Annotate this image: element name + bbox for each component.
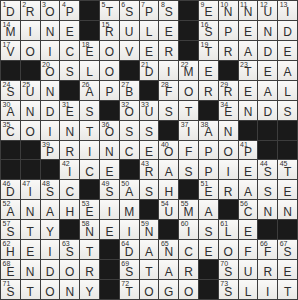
- cell-r15c12[interactable]: 73S: [219, 280, 238, 299]
- cell-r12c10[interactable]: 60I: [179, 220, 198, 239]
- cell-letter: N: [26, 266, 35, 278]
- black-cell-r6c11: [199, 101, 218, 120]
- cell-r15c15[interactable]: T: [278, 280, 297, 299]
- clue-number-26: 26: [82, 81, 90, 89]
- cell-r5c13[interactable]: E: [239, 81, 258, 100]
- cell-r14c12[interactable]: 70S: [219, 260, 238, 279]
- cell-r5c5[interactable]: 26A: [80, 81, 99, 100]
- cell-letter: I: [48, 126, 51, 138]
- clue-number-46: 46: [3, 180, 11, 188]
- cell-r10c9[interactable]: H: [159, 180, 178, 199]
- cell-r1c1[interactable]: 1D: [1, 1, 20, 20]
- black-cell-r6c6: [100, 101, 119, 120]
- cell-r2c14[interactable]: N: [258, 21, 277, 40]
- cell-r4c9[interactable]: I: [159, 61, 178, 80]
- clue-number-6: 6: [121, 1, 125, 9]
- cell-letter: D: [283, 26, 292, 38]
- cell-r12c5[interactable]: 58N: [80, 220, 99, 239]
- clue-number-72: 72: [121, 280, 129, 288]
- cell-r4c8[interactable]: 21D: [140, 61, 159, 80]
- cell-r13c5[interactable]: T: [80, 240, 99, 259]
- cell-letter: Y: [46, 226, 54, 238]
- clue-number-30: 30: [3, 101, 11, 109]
- cell-r3c6[interactable]: O: [100, 41, 119, 60]
- cell-letter: T: [145, 266, 152, 278]
- cell-r5c1[interactable]: 24S: [1, 81, 20, 100]
- black-cell-r7c9: [159, 121, 178, 140]
- clue-number-31: 31: [62, 101, 70, 109]
- cell-letter: S: [125, 126, 133, 138]
- clue-number-1: 1: [3, 1, 7, 9]
- cell-r9c13[interactable]: E: [239, 160, 258, 179]
- clue-number-67: 67: [280, 240, 288, 248]
- black-cell-r9c3: [41, 160, 60, 179]
- cell-r2c11[interactable]: 16S: [199, 21, 218, 40]
- cell-letter: D: [46, 266, 55, 278]
- cell-r14c1[interactable]: 68E: [1, 260, 20, 279]
- cell-r13c14[interactable]: 66F: [258, 240, 277, 259]
- cell-r5c14[interactable]: A: [258, 81, 277, 100]
- cell-r13c7[interactable]: 64D: [120, 240, 139, 259]
- cell-r14c2[interactable]: N: [21, 260, 40, 279]
- cell-r10c3[interactable]: 48S: [41, 180, 60, 199]
- clue-number-11: 11: [240, 1, 247, 9]
- cell-letter: H: [65, 206, 74, 218]
- cell-r3c11[interactable]: 19T: [199, 41, 218, 60]
- cell-letter: C: [125, 146, 134, 158]
- cell-r12c7[interactable]: I: [120, 220, 139, 239]
- cell-r15c8[interactable]: O: [140, 280, 159, 299]
- cell-r2c7[interactable]: U: [120, 21, 139, 40]
- cell-r7c12[interactable]: N: [219, 121, 238, 140]
- black-cell-r4c12: [219, 61, 238, 80]
- cell-r2c8[interactable]: L: [140, 21, 159, 40]
- cell-r14c5[interactable]: R: [80, 260, 99, 279]
- cell-r5c10[interactable]: O: [179, 81, 198, 100]
- cell-r2c2[interactable]: I: [21, 21, 40, 40]
- cell-letter: S: [165, 106, 173, 118]
- cell-r15c14[interactable]: I: [258, 280, 277, 299]
- cell-r3c4[interactable]: C: [60, 41, 79, 60]
- cell-r14c9[interactable]: A: [159, 260, 178, 279]
- cell-r9c12[interactable]: I: [219, 160, 238, 179]
- cell-r12c6[interactable]: E: [100, 220, 119, 239]
- cell-r13c10[interactable]: C: [179, 240, 198, 259]
- cell-r4c5[interactable]: L: [80, 61, 99, 80]
- cell-r7c2[interactable]: O: [21, 121, 40, 140]
- cell-r2c13[interactable]: E: [239, 21, 258, 40]
- cell-r13c9[interactable]: 65N: [159, 240, 178, 259]
- cell-r13c3[interactable]: I: [41, 240, 60, 259]
- cell-r6c12[interactable]: 34E: [219, 101, 238, 120]
- clue-number-45: 45: [280, 160, 288, 168]
- clue-number-58: 58: [82, 220, 90, 228]
- cell-r8c4[interactable]: R: [60, 141, 79, 160]
- cell-r4c15[interactable]: A: [278, 61, 297, 80]
- cell-r7c7[interactable]: S: [120, 121, 139, 140]
- cell-r13c13[interactable]: F: [239, 240, 258, 259]
- cell-r1c11[interactable]: 9E: [199, 1, 218, 20]
- cell-r10c7[interactable]: 50A: [120, 180, 139, 199]
- cell-r10c11[interactable]: 51E: [199, 180, 218, 199]
- cell-r8c5[interactable]: I: [80, 141, 99, 160]
- cell-r11c7[interactable]: M: [120, 200, 139, 219]
- clue-number-59: 59: [141, 220, 149, 228]
- cell-r12c3[interactable]: Y: [41, 220, 60, 239]
- cell-r12c13[interactable]: E: [239, 220, 258, 239]
- cell-r11c3[interactable]: A: [41, 200, 60, 219]
- clue-number-68: 68: [3, 260, 11, 268]
- clue-number-38: 38: [200, 121, 208, 129]
- cell-r1c12[interactable]: 10N: [219, 1, 238, 20]
- cell-r3c15[interactable]: E: [278, 41, 297, 60]
- cell-letter: H: [164, 186, 173, 198]
- clue-number-5: 5: [101, 1, 105, 9]
- cell-r3c9[interactable]: R: [159, 41, 178, 60]
- cell-r1c7[interactable]: 6S: [120, 1, 139, 20]
- cell-r13c15[interactable]: 67S: [278, 240, 297, 259]
- cell-letter: A: [204, 206, 212, 218]
- cell-letter: N: [283, 206, 292, 218]
- cell-r8c3[interactable]: 39P: [41, 141, 60, 160]
- cell-r2c4[interactable]: E: [60, 21, 79, 40]
- cell-r7c6[interactable]: 36O: [100, 121, 119, 140]
- cell-r11c2[interactable]: N: [21, 200, 40, 219]
- cell-r15c9[interactable]: G: [159, 280, 178, 299]
- cell-r10c2[interactable]: 47I: [21, 180, 40, 199]
- cell-r14c13[interactable]: U: [239, 260, 258, 279]
- cell-r11c15[interactable]: N: [278, 200, 297, 219]
- cell-r6c4[interactable]: 31E: [60, 101, 79, 120]
- clue-number-10: 10: [220, 1, 228, 9]
- black-cell-r7c15: [278, 121, 297, 140]
- cell-r14c14[interactable]: R: [258, 260, 277, 279]
- cell-letter: I: [108, 206, 111, 218]
- cell-r8c13[interactable]: 41P: [239, 141, 258, 160]
- cell-r5c11[interactable]: R: [199, 81, 218, 100]
- black-cell-r1c5: [80, 1, 99, 20]
- cell-r15c13[interactable]: L: [239, 280, 258, 299]
- cell-r6c7[interactable]: 32O: [120, 101, 139, 120]
- cell-r10c4[interactable]: C: [60, 180, 79, 199]
- cell-r7c10[interactable]: 37I: [179, 121, 198, 140]
- cell-r7c1[interactable]: 35C: [1, 121, 20, 140]
- clue-number-60: 60: [181, 220, 189, 228]
- cell-r14c15[interactable]: E: [278, 260, 297, 279]
- clue-number-36: 36: [101, 121, 109, 129]
- cell-r11c10[interactable]: 55M: [179, 200, 198, 219]
- cell-letter: O: [224, 246, 233, 258]
- cell-r7c5[interactable]: T: [80, 121, 99, 140]
- cell-r3c1[interactable]: 17V: [1, 41, 20, 60]
- cell-r8c11[interactable]: P: [199, 141, 218, 160]
- cell-letter: N: [65, 126, 74, 138]
- cell-r3c8[interactable]: E: [140, 41, 159, 60]
- clue-number-14: 14: [3, 21, 11, 29]
- cell-letter: N: [263, 26, 272, 38]
- cell-r4c13[interactable]: 23T: [239, 61, 258, 80]
- cell-r9c5[interactable]: C: [80, 160, 99, 179]
- cell-r14c7[interactable]: 69S: [120, 260, 139, 279]
- cell-r6c10[interactable]: T: [179, 101, 198, 120]
- cell-r13c12[interactable]: O: [219, 240, 238, 259]
- cell-r3c7[interactable]: V: [120, 41, 139, 60]
- cell-letter: I: [29, 26, 32, 38]
- cell-r14c10[interactable]: R: [179, 260, 198, 279]
- cell-r12c1[interactable]: 57S: [1, 220, 20, 239]
- cell-r10c8[interactable]: S: [140, 180, 159, 199]
- cell-r12c12[interactable]: 61L: [219, 220, 238, 239]
- cell-letter: N: [105, 146, 114, 158]
- cell-r15c2[interactable]: T: [21, 280, 40, 299]
- cell-r6c9[interactable]: S: [159, 101, 178, 120]
- cell-r14c4[interactable]: O: [60, 260, 79, 279]
- clue-number-13: 13: [280, 1, 288, 9]
- cell-letter: R: [224, 186, 233, 198]
- cell-r1c6[interactable]: 5T: [100, 1, 119, 20]
- clue-number-42: 42: [62, 160, 70, 168]
- cell-r13c11[interactable]: E: [199, 240, 218, 259]
- cell-r15c10[interactable]: O: [179, 280, 198, 299]
- cell-r3c12[interactable]: R: [219, 41, 238, 60]
- cell-letter: V: [125, 46, 133, 58]
- clue-number-49: 49: [101, 180, 109, 188]
- cell-r14c3[interactable]: D: [41, 260, 60, 279]
- cell-letter: T: [185, 106, 192, 118]
- cell-r9c11[interactable]: P: [199, 160, 218, 179]
- clue-number-66: 66: [260, 240, 268, 248]
- cell-r15c5[interactable]: Y: [80, 280, 99, 299]
- cell-r11c6[interactable]: I: [100, 200, 119, 219]
- cell-letter: L: [284, 86, 291, 98]
- cell-r2c1[interactable]: 14M: [1, 21, 20, 40]
- cell-r12c8[interactable]: 59N: [140, 220, 159, 239]
- cell-r5c15[interactable]: L: [278, 81, 297, 100]
- cell-letter: T: [27, 286, 34, 298]
- cell-r3c13[interactable]: A: [239, 41, 258, 60]
- black-cell-r5c4: [60, 81, 79, 100]
- clue-number-54: 54: [161, 200, 169, 208]
- clue-number-2: 2: [22, 1, 26, 9]
- cell-r10c1[interactable]: 46D: [1, 180, 20, 199]
- cell-r7c3[interactable]: I: [41, 121, 60, 140]
- cell-r1c2[interactable]: 2R: [21, 1, 40, 20]
- cell-r11c11[interactable]: A: [199, 200, 218, 219]
- cell-letter: P: [145, 6, 153, 18]
- cell-letter: O: [26, 126, 35, 138]
- clue-number-27: 27: [121, 81, 129, 89]
- cell-r6c8[interactable]: 33U: [140, 101, 159, 120]
- cell-letter: E: [244, 226, 252, 238]
- cell-r5c12[interactable]: 29R: [219, 81, 238, 100]
- cell-r3c5[interactable]: 18E: [80, 41, 99, 60]
- cell-letter: A: [264, 86, 272, 98]
- cell-r8c12[interactable]: O: [219, 141, 238, 160]
- cell-r8c9[interactable]: 40O: [159, 141, 178, 160]
- cell-letter: A: [165, 266, 173, 278]
- cell-letter: F: [244, 246, 251, 258]
- clue-number-28: 28: [161, 81, 169, 89]
- cell-r7c4[interactable]: N: [60, 121, 79, 140]
- cell-r9c9[interactable]: A: [159, 160, 178, 179]
- clue-number-69: 69: [121, 260, 129, 268]
- cell-r4c11[interactable]: E: [199, 61, 218, 80]
- cell-letter: E: [284, 266, 292, 278]
- cell-r10c6[interactable]: 49S: [100, 180, 119, 199]
- cell-r5c6[interactable]: P: [100, 81, 119, 100]
- cell-r1c15[interactable]: 13I: [278, 1, 297, 20]
- cell-r6c15[interactable]: S: [278, 101, 297, 120]
- black-cell-r14c11: [199, 260, 218, 279]
- black-cell-r8c2: [21, 141, 40, 160]
- cell-r5c3[interactable]: N: [41, 81, 60, 100]
- cell-r4c3[interactable]: 20O: [41, 61, 60, 80]
- cell-r5c7[interactable]: 27B: [120, 81, 139, 100]
- cell-letter: S: [185, 166, 193, 178]
- cell-r6c2[interactable]: N: [21, 101, 40, 120]
- cell-r2c9[interactable]: E: [159, 21, 178, 40]
- clue-number-4: 4: [62, 1, 66, 9]
- cell-letter: S: [125, 6, 133, 18]
- clue-number-64: 64: [121, 240, 129, 248]
- cell-r7c11[interactable]: 38A: [199, 121, 218, 140]
- cell-letter: O: [144, 286, 153, 298]
- cell-r6c3[interactable]: D: [41, 101, 60, 120]
- cell-r6c1[interactable]: 30A: [1, 101, 20, 120]
- cell-r1c3[interactable]: 3O: [41, 1, 60, 20]
- cell-r4c10[interactable]: 22M: [179, 61, 198, 80]
- cell-letter: C: [65, 186, 74, 198]
- cell-r11c4[interactable]: H: [60, 200, 79, 219]
- cell-r9c15[interactable]: 45T: [278, 160, 297, 179]
- cell-r7c8[interactable]: S: [140, 121, 159, 140]
- cell-r10c14[interactable]: S: [258, 180, 277, 199]
- clue-number-32: 32: [121, 101, 129, 109]
- cell-letter: R: [224, 46, 233, 58]
- cell-letter: I: [48, 46, 51, 58]
- cell-r3c14[interactable]: D: [258, 41, 277, 60]
- clue-number-47: 47: [22, 180, 30, 188]
- cell-r6c14[interactable]: D: [258, 101, 277, 120]
- cell-r15c1[interactable]: 71S: [1, 280, 20, 299]
- cell-letter: S: [145, 186, 153, 198]
- cell-r13c4[interactable]: 63S: [60, 240, 79, 259]
- cell-r12c2[interactable]: T: [21, 220, 40, 239]
- cell-letter: T: [106, 6, 113, 18]
- cell-r4c4[interactable]: S: [60, 61, 79, 80]
- cell-letter: P: [204, 146, 212, 158]
- cell-r9c10[interactable]: S: [179, 160, 198, 179]
- cell-r4c14[interactable]: E: [258, 61, 277, 80]
- clue-number-3: 3: [42, 1, 46, 9]
- cell-r1c8[interactable]: 7P: [140, 1, 159, 20]
- cell-r11c9[interactable]: 54U: [159, 200, 178, 219]
- cell-letter: E: [165, 26, 173, 38]
- cell-r8c8[interactable]: E: [140, 141, 159, 160]
- clue-number-37: 37: [181, 121, 189, 129]
- cell-r9c8[interactable]: 43R: [140, 160, 159, 179]
- cell-r15c3[interactable]: O: [41, 280, 60, 299]
- cell-r2c3[interactable]: N: [41, 21, 60, 40]
- cell-letter: E: [145, 46, 153, 58]
- cell-r8c10[interactable]: F: [179, 141, 198, 160]
- cell-letter: S: [204, 226, 212, 238]
- cell-r13c2[interactable]: E: [21, 240, 40, 259]
- clue-number-43: 43: [141, 160, 149, 168]
- cell-r8c6[interactable]: N: [100, 141, 119, 160]
- cell-letter: C: [85, 166, 94, 178]
- cell-r11c13[interactable]: 56C: [239, 200, 258, 219]
- cell-letter: T: [86, 126, 93, 138]
- clue-number-25: 25: [22, 81, 30, 89]
- clue-number-21: 21: [141, 61, 149, 69]
- cell-r9c4[interactable]: 42I: [60, 160, 79, 179]
- clue-number-34: 34: [220, 101, 228, 109]
- cell-letter: L: [86, 66, 93, 78]
- cell-r10c12[interactable]: R: [219, 180, 238, 199]
- cell-r11c1[interactable]: 52A: [1, 200, 20, 219]
- clue-number-40: 40: [161, 141, 169, 149]
- cell-letter: N: [244, 106, 253, 118]
- cell-r15c7[interactable]: 72T: [120, 280, 139, 299]
- black-cell-r9c7: [120, 160, 139, 179]
- cell-r5c9[interactable]: 28F: [159, 81, 178, 100]
- cell-r11c5[interactable]: 53E: [80, 200, 99, 219]
- black-cell-r14c6: [100, 260, 119, 279]
- cell-r6c5[interactable]: S: [80, 101, 99, 120]
- cell-letter: E: [204, 66, 212, 78]
- cell-r12c11[interactable]: S: [199, 220, 218, 239]
- cell-letter: N: [26, 106, 35, 118]
- cell-r15c4[interactable]: N: [60, 280, 79, 299]
- cell-letter: A: [244, 186, 252, 198]
- cell-r2c6[interactable]: 15R: [100, 21, 119, 40]
- clue-number-39: 39: [42, 141, 50, 149]
- cell-r13c8[interactable]: A: [140, 240, 159, 259]
- cell-letter: E: [204, 6, 212, 18]
- cell-r3c3[interactable]: I: [41, 41, 60, 60]
- cell-r2c12[interactable]: P: [219, 21, 238, 40]
- clue-number-44: 44: [260, 160, 268, 168]
- cell-r13c1[interactable]: 62H: [1, 240, 20, 259]
- cell-letter: O: [45, 286, 54, 298]
- black-cell-r9c2: [21, 160, 40, 179]
- cell-r9c6[interactable]: E: [100, 160, 119, 179]
- cell-letter: A: [165, 166, 173, 178]
- cell-r1c13[interactable]: 11N: [239, 1, 258, 20]
- cell-letter: S: [66, 66, 74, 78]
- cell-r10c13[interactable]: A: [239, 180, 258, 199]
- cell-r1c4[interactable]: 4P: [60, 1, 79, 20]
- cell-r9c14[interactable]: 44S: [258, 160, 277, 179]
- cell-r11c14[interactable]: N: [258, 200, 277, 219]
- cell-letter: R: [26, 6, 35, 18]
- clue-number-17: 17: [3, 41, 11, 49]
- cell-r14c8[interactable]: T: [140, 260, 159, 279]
- clue-number-20: 20: [42, 61, 50, 69]
- cell-r1c9[interactable]: 8S: [159, 1, 178, 20]
- clue-number-65: 65: [161, 240, 169, 248]
- cell-r8c7[interactable]: C: [120, 141, 139, 160]
- cell-r4c6[interactable]: O: [100, 61, 119, 80]
- cell-r6c13[interactable]: N: [239, 101, 258, 120]
- cell-r3c2[interactable]: O: [21, 41, 40, 60]
- cell-r1c14[interactable]: 12U: [258, 1, 277, 20]
- cell-r5c2[interactable]: 25U: [21, 81, 40, 100]
- clue-number-35: 35: [3, 121, 11, 129]
- cell-r10c15[interactable]: E: [278, 180, 297, 199]
- cell-r2c15[interactable]: D: [278, 21, 297, 40]
